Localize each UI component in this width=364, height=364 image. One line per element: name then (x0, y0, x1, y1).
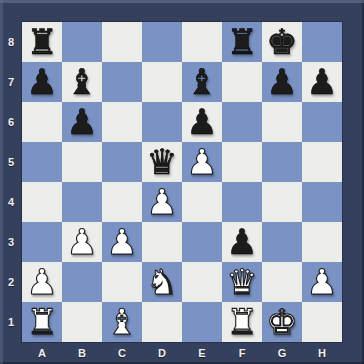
square-g5[interactable] (262, 142, 302, 182)
square-b2[interactable] (62, 262, 102, 302)
piece-white-rook: ♜ (26, 302, 57, 342)
square-g8[interactable]: ♚ (262, 22, 302, 62)
rank-label-4: 4 (0, 182, 22, 222)
piece-white-rook: ♜ (226, 302, 257, 342)
square-f6[interactable] (222, 102, 262, 142)
square-a3[interactable] (22, 222, 62, 262)
rank-label-1: 1 (0, 302, 22, 342)
square-h8[interactable] (302, 22, 342, 62)
piece-white-king: ♚ (266, 302, 297, 342)
square-b4[interactable] (62, 182, 102, 222)
square-d3[interactable] (142, 222, 182, 262)
square-b1[interactable] (62, 302, 102, 342)
square-e4[interactable] (182, 182, 222, 222)
square-a7[interactable]: ♟ (22, 62, 62, 102)
square-e1[interactable] (182, 302, 222, 342)
piece-white-pawn: ♟ (66, 222, 97, 262)
square-h5[interactable] (302, 142, 342, 182)
piece-black-pawn: ♟ (306, 62, 337, 102)
square-h1[interactable] (302, 302, 342, 342)
square-d2[interactable]: ♞ (142, 262, 182, 302)
piece-black-queen: ♛ (146, 142, 177, 182)
square-h2[interactable]: ♟ (302, 262, 342, 302)
file-label-a: A (22, 342, 62, 364)
square-a1[interactable]: ♜ (22, 302, 62, 342)
piece-black-pawn: ♟ (26, 62, 57, 102)
square-e7[interactable]: ♝ (182, 62, 222, 102)
square-g2[interactable] (262, 262, 302, 302)
piece-black-rook: ♜ (26, 22, 57, 62)
square-b8[interactable] (62, 22, 102, 62)
square-a4[interactable] (22, 182, 62, 222)
rank-label-2: 2 (0, 262, 22, 302)
rank-label-6: 6 (0, 102, 22, 142)
square-b3[interactable]: ♟ (62, 222, 102, 262)
square-c8[interactable] (102, 22, 142, 62)
file-label-b: B (62, 342, 102, 364)
square-e2[interactable] (182, 262, 222, 302)
square-f7[interactable] (222, 62, 262, 102)
square-c7[interactable] (102, 62, 142, 102)
piece-black-pawn: ♟ (186, 102, 217, 142)
square-c4[interactable] (102, 182, 142, 222)
square-c2[interactable] (102, 262, 142, 302)
piece-white-knight: ♞ (146, 262, 177, 302)
piece-black-pawn: ♟ (266, 62, 297, 102)
piece-white-pawn: ♟ (106, 222, 137, 262)
piece-white-bishop: ♝ (106, 302, 137, 342)
file-label-h: H (302, 342, 342, 364)
piece-black-bishop: ♝ (186, 62, 217, 102)
square-c5[interactable] (102, 142, 142, 182)
square-d5[interactable]: ♛ (142, 142, 182, 182)
piece-black-pawn: ♟ (226, 222, 257, 262)
file-label-d: D (142, 342, 182, 364)
square-f1[interactable]: ♜ (222, 302, 262, 342)
square-g4[interactable] (262, 182, 302, 222)
piece-white-pawn: ♟ (146, 182, 177, 222)
square-a2[interactable]: ♟ (22, 262, 62, 302)
square-e8[interactable] (182, 22, 222, 62)
square-e6[interactable]: ♟ (182, 102, 222, 142)
file-labels: ABCDEFGH (22, 342, 342, 364)
square-h4[interactable] (302, 182, 342, 222)
square-d6[interactable] (142, 102, 182, 142)
square-f8[interactable]: ♜ (222, 22, 262, 62)
square-c6[interactable] (102, 102, 142, 142)
square-a6[interactable] (22, 102, 62, 142)
rank-label-7: 7 (0, 62, 22, 102)
file-label-e: E (182, 342, 222, 364)
file-label-g: G (262, 342, 302, 364)
piece-black-king: ♚ (266, 22, 297, 62)
square-a8[interactable]: ♜ (22, 22, 62, 62)
rank-label-8: 8 (0, 22, 22, 62)
square-h7[interactable]: ♟ (302, 62, 342, 102)
rank-label-3: 3 (0, 222, 22, 262)
square-d4[interactable]: ♟ (142, 182, 182, 222)
square-g7[interactable]: ♟ (262, 62, 302, 102)
file-label-c: C (102, 342, 142, 364)
file-label-f: F (222, 342, 262, 364)
square-c3[interactable]: ♟ (102, 222, 142, 262)
square-b7[interactable]: ♝ (62, 62, 102, 102)
piece-white-queen: ♛ (226, 262, 257, 302)
piece-black-rook: ♜ (226, 22, 257, 62)
square-b6[interactable]: ♟ (62, 102, 102, 142)
square-d1[interactable] (142, 302, 182, 342)
square-f2[interactable]: ♛ (222, 262, 262, 302)
chess-board: ♜♜♚♟♝♝♟♟♟♟♛♟♟♟♟♟♟♞♛♟♜♝♜♚ (22, 22, 342, 342)
piece-black-pawn: ♟ (66, 102, 97, 142)
square-d7[interactable] (142, 62, 182, 102)
rank-label-5: 5 (0, 142, 22, 182)
chess-board-widget: 87654321 ABCDEFGH ♜♜♚♟♝♝♟♟♟♟♛♟♟♟♟♟♟♞♛♟♜♝… (0, 0, 364, 364)
square-f3[interactable]: ♟ (222, 222, 262, 262)
piece-black-bishop: ♝ (66, 62, 97, 102)
square-h3[interactable] (302, 222, 342, 262)
rank-labels: 87654321 (0, 22, 22, 342)
square-b5[interactable] (62, 142, 102, 182)
square-e5[interactable]: ♟ (182, 142, 222, 182)
piece-white-pawn: ♟ (26, 262, 57, 302)
square-h6[interactable] (302, 102, 342, 142)
square-f5[interactable] (222, 142, 262, 182)
square-g1[interactable]: ♚ (262, 302, 302, 342)
square-f4[interactable] (222, 182, 262, 222)
square-d8[interactable] (142, 22, 182, 62)
piece-white-pawn: ♟ (306, 262, 337, 302)
square-g6[interactable] (262, 102, 302, 142)
square-g3[interactable] (262, 222, 302, 262)
piece-white-pawn: ♟ (186, 142, 217, 182)
square-e3[interactable] (182, 222, 222, 262)
square-c1[interactable]: ♝ (102, 302, 142, 342)
square-a5[interactable] (22, 142, 62, 182)
